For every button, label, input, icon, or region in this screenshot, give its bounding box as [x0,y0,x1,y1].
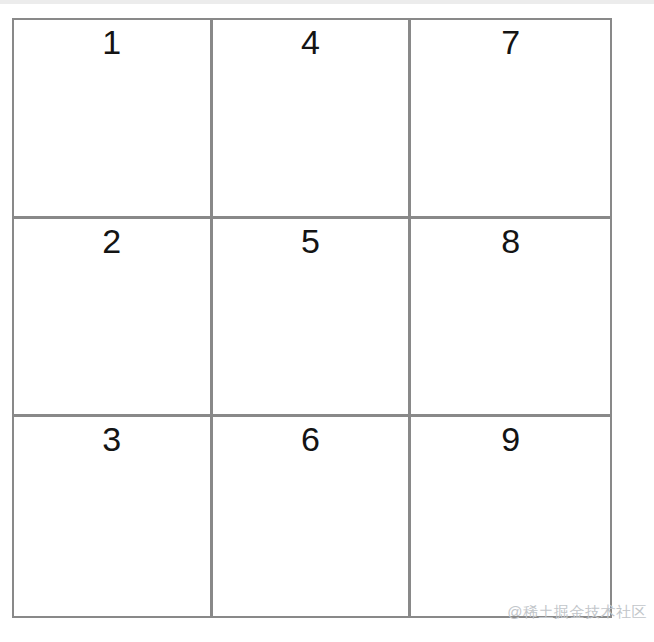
grid-cell-r3c2: 6 [213,417,412,616]
grid-cell-r2c2: 5 [213,219,412,418]
grid-cell-r1c3: 7 [411,20,610,219]
grid-cell-r3c1: 3 [14,417,213,616]
grid-cell-r2c1: 2 [14,219,213,418]
watermark: @稀土掘金技术社区 [507,603,647,622]
grid-board: 1 4 7 2 5 8 3 6 9 [12,18,612,618]
grid-cell-r1c2: 4 [213,20,412,219]
grid-cell-r2c3: 8 [411,219,610,418]
top-edge-band [0,0,654,4]
grid-cell-r3c3: 9 [411,417,610,616]
page-background: 1 4 7 2 5 8 3 6 9 @稀土掘金技术社区 [0,0,654,642]
grid-cell-r1c1: 1 [14,20,213,219]
